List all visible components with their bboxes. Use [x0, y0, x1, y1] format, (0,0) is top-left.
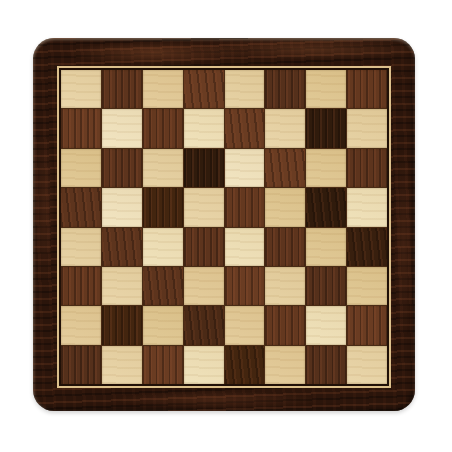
board-square[interactable]	[225, 70, 265, 108]
board-square[interactable]	[61, 346, 101, 384]
board-square[interactable]	[265, 149, 305, 187]
board-square[interactable]	[143, 346, 183, 384]
page-background	[0, 0, 452, 452]
board-square[interactable]	[102, 306, 142, 344]
board-square[interactable]	[306, 70, 346, 108]
board-square[interactable]	[347, 346, 387, 384]
board-square[interactable]	[184, 306, 224, 344]
board-square[interactable]	[225, 149, 265, 187]
board-square[interactable]	[143, 109, 183, 147]
board-square[interactable]	[265, 70, 305, 108]
board-square[interactable]	[225, 306, 265, 344]
board-square[interactable]	[306, 109, 346, 147]
board-square[interactable]	[184, 228, 224, 266]
board-square[interactable]	[61, 267, 101, 305]
board-square[interactable]	[306, 149, 346, 187]
board-square[interactable]	[184, 346, 224, 384]
board-square[interactable]	[102, 70, 142, 108]
board-square[interactable]	[265, 346, 305, 384]
board-square[interactable]	[225, 346, 265, 384]
board-square[interactable]	[143, 267, 183, 305]
board-square[interactable]	[347, 267, 387, 305]
board-square[interactable]	[347, 109, 387, 147]
board-square[interactable]	[61, 306, 101, 344]
board-square[interactable]	[265, 109, 305, 147]
board-squares	[61, 70, 387, 384]
board-square[interactable]	[61, 188, 101, 226]
board-square[interactable]	[265, 228, 305, 266]
maple-inlay-border	[57, 66, 391, 388]
board-square[interactable]	[184, 70, 224, 108]
board-square[interactable]	[265, 306, 305, 344]
board-square[interactable]	[102, 267, 142, 305]
board-square[interactable]	[102, 188, 142, 226]
board-square[interactable]	[306, 346, 346, 384]
board-square[interactable]	[184, 109, 224, 147]
board-square[interactable]	[61, 228, 101, 266]
board-square[interactable]	[143, 149, 183, 187]
board-square[interactable]	[347, 149, 387, 187]
board-square[interactable]	[61, 109, 101, 147]
board-square[interactable]	[61, 149, 101, 187]
board-square[interactable]	[306, 188, 346, 226]
board-square[interactable]	[225, 267, 265, 305]
board-square[interactable]	[143, 70, 183, 108]
board-square[interactable]	[143, 228, 183, 266]
board-square[interactable]	[347, 228, 387, 266]
board-square[interactable]	[61, 70, 101, 108]
board-square[interactable]	[102, 228, 142, 266]
board-square[interactable]	[143, 188, 183, 226]
board-square[interactable]	[306, 267, 346, 305]
board-square[interactable]	[184, 188, 224, 226]
board-square[interactable]	[102, 149, 142, 187]
board-square[interactable]	[102, 346, 142, 384]
board-square[interactable]	[143, 306, 183, 344]
board-square[interactable]	[102, 109, 142, 147]
board-square[interactable]	[225, 228, 265, 266]
board-square[interactable]	[184, 149, 224, 187]
board-square[interactable]	[347, 306, 387, 344]
board-square[interactable]	[184, 267, 224, 305]
chess-board	[33, 38, 415, 411]
board-square[interactable]	[306, 228, 346, 266]
board-square[interactable]	[225, 188, 265, 226]
board-square[interactable]	[265, 188, 305, 226]
board-square[interactable]	[347, 188, 387, 226]
board-square[interactable]	[225, 109, 265, 147]
board-square[interactable]	[265, 267, 305, 305]
board-square[interactable]	[347, 70, 387, 108]
board-square[interactable]	[306, 306, 346, 344]
